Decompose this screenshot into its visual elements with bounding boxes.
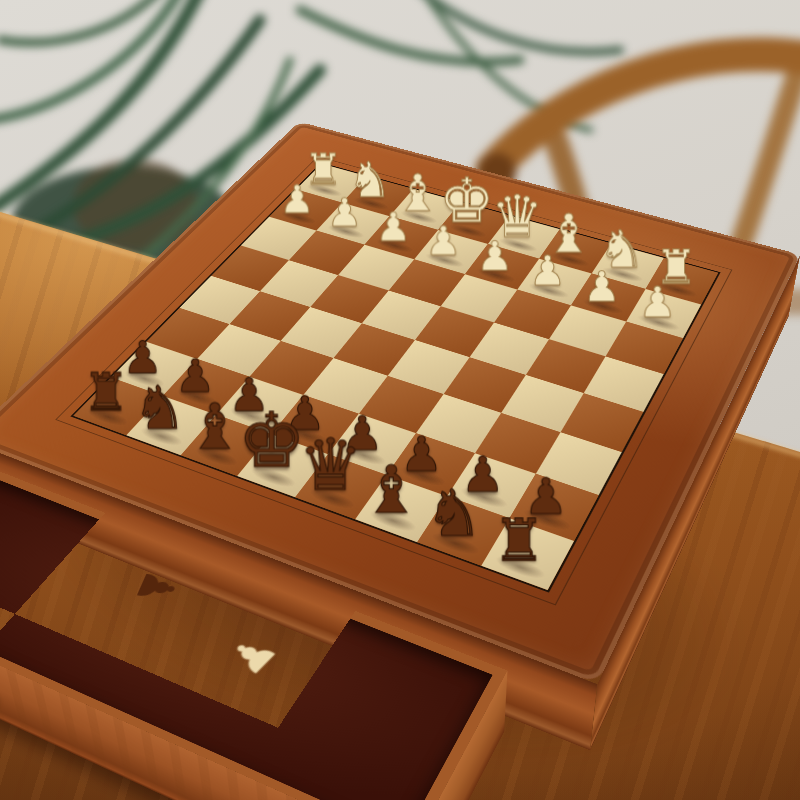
piece-bR-a8: ♜ xyxy=(493,511,545,569)
drawer-piece-wP: ♟ xyxy=(220,629,286,682)
piece-wP-f2: ♟ xyxy=(376,207,412,247)
piece-bB-f8: ♝ xyxy=(187,396,243,459)
scene-photo: ♜♞♝♚♛♝♞♜♟♟♟♟♟♟♟♟♟♟♟♟♟♟♟♟♜♞♝♚♛♝♞♜ ♟♟ xyxy=(0,0,800,800)
piece-wP-e2: ♟ xyxy=(425,222,461,262)
piece-bK-e8: ♚ xyxy=(238,403,306,479)
chess-box: ♜♞♝♚♛♝♞♜♟♟♟♟♟♟♟♟♟♟♟♟♟♟♟♟♜♞♝♚♛♝♞♜ ♟♟ xyxy=(0,122,800,684)
piece-bN-b8: ♞ xyxy=(425,481,483,545)
piece-bR-h8: ♜ xyxy=(83,367,130,419)
piece-bB-c8: ♝ xyxy=(362,457,421,523)
piece-wP-b2: ♟ xyxy=(583,266,621,308)
drawer-piece-bP: ♟ xyxy=(127,568,186,607)
piece-bQ-d8: ♛ xyxy=(298,429,362,500)
square-c3 xyxy=(494,290,571,339)
piece-wP-d2: ♟ xyxy=(477,236,514,277)
piece-wP-g2: ♟ xyxy=(327,194,362,233)
piece-bN-g8: ♞ xyxy=(133,379,186,439)
piece-wP-a2: ♟ xyxy=(639,282,677,324)
piece-wP-h2: ♟ xyxy=(280,180,315,219)
piece-wP-c2: ♟ xyxy=(529,251,566,292)
chess-box-scene: ♜♞♝♚♛♝♞♜♟♟♟♟♟♟♟♟♟♟♟♟♟♟♟♟♜♞♝♚♛♝♞♜ ♟♟ xyxy=(0,0,800,800)
